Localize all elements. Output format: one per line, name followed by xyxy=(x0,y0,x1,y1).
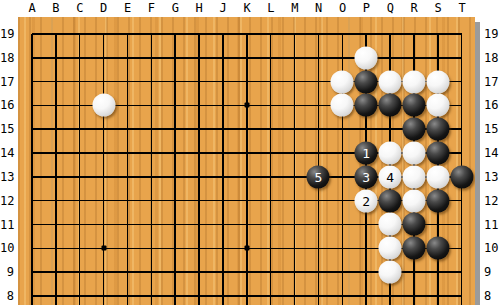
intersection-P11[interactable] xyxy=(354,213,378,237)
intersection-N18[interactable] xyxy=(307,46,331,70)
intersection-D17[interactable] xyxy=(92,70,116,94)
intersection-N16[interactable] xyxy=(307,94,331,118)
intersection-M17[interactable] xyxy=(283,70,307,94)
intersection-K19[interactable] xyxy=(235,22,259,46)
intersection-R9[interactable] xyxy=(402,260,426,284)
intersection-D10[interactable] xyxy=(92,236,116,260)
intersection-F19[interactable] xyxy=(139,22,163,46)
intersection-C12[interactable] xyxy=(68,189,92,213)
black-stone-R16 xyxy=(402,94,425,117)
intersection-F9[interactable] xyxy=(139,260,163,284)
intersection-A12[interactable] xyxy=(20,189,44,213)
col-label-E: E xyxy=(118,1,138,16)
intersection-G13[interactable] xyxy=(163,165,187,189)
intersection-T8[interactable] xyxy=(450,284,474,305)
row-label-left-9: 9 xyxy=(0,265,14,279)
intersection-P16[interactable] xyxy=(354,94,378,118)
intersection-D13[interactable] xyxy=(92,165,116,189)
intersection-F12[interactable] xyxy=(139,189,163,213)
col-label-A: A xyxy=(22,1,42,16)
black-stone-S10 xyxy=(426,237,449,260)
intersection-G19[interactable] xyxy=(163,22,187,46)
intersection-N11[interactable] xyxy=(307,213,331,237)
intersection-L16[interactable] xyxy=(259,94,283,118)
intersection-K15[interactable] xyxy=(235,117,259,141)
intersection-Q10[interactable] xyxy=(378,236,402,260)
intersection-T19[interactable] xyxy=(450,22,474,46)
intersection-S9[interactable] xyxy=(426,260,450,284)
intersection-F13[interactable] xyxy=(139,165,163,189)
intersection-L9[interactable] xyxy=(259,260,283,284)
intersection-L18[interactable] xyxy=(259,46,283,70)
intersection-J15[interactable] xyxy=(211,117,235,141)
intersection-M13[interactable] xyxy=(283,165,307,189)
intersection-F10[interactable] xyxy=(139,236,163,260)
intersection-R14[interactable] xyxy=(402,141,426,165)
intersection-C19[interactable] xyxy=(68,22,92,46)
black-stone-N13: 5 xyxy=(307,165,330,188)
white-stone-Q13: 4 xyxy=(379,165,402,188)
intersection-K11[interactable] xyxy=(235,213,259,237)
col-label-D: D xyxy=(94,1,114,16)
col-label-G: G xyxy=(165,1,185,16)
intersection-B19[interactable] xyxy=(44,22,68,46)
intersection-T13[interactable] xyxy=(450,165,474,189)
black-stone-S15 xyxy=(426,118,449,141)
intersection-J17[interactable] xyxy=(211,70,235,94)
intersection-C9[interactable] xyxy=(68,260,92,284)
white-stone-Q14 xyxy=(379,142,402,165)
intersection-J11[interactable] xyxy=(211,213,235,237)
intersection-R10[interactable] xyxy=(402,236,426,260)
col-label-F: F xyxy=(141,1,161,16)
intersection-Q18[interactable] xyxy=(378,46,402,70)
white-stone-Q9 xyxy=(379,261,402,284)
intersection-R8[interactable] xyxy=(402,284,426,305)
row-label-left-15: 15 xyxy=(0,122,14,136)
row-label-right-16: 16 xyxy=(484,98,500,112)
black-stone-P16 xyxy=(355,94,378,117)
intersection-H9[interactable] xyxy=(187,260,211,284)
intersection-M16[interactable] xyxy=(283,94,307,118)
black-stone-P17 xyxy=(355,70,378,93)
white-stone-R14 xyxy=(402,142,425,165)
intersection-F15[interactable] xyxy=(139,117,163,141)
intersection-F11[interactable] xyxy=(139,213,163,237)
intersection-M9[interactable] xyxy=(283,260,307,284)
row-label-left-19: 19 xyxy=(0,27,14,41)
intersection-H16[interactable] xyxy=(187,94,211,118)
intersection-E11[interactable] xyxy=(116,213,140,237)
intersection-N14[interactable] xyxy=(307,141,331,165)
intersection-Q9[interactable] xyxy=(378,260,402,284)
intersection-M15[interactable] xyxy=(283,117,307,141)
intersection-F16[interactable] xyxy=(139,94,163,118)
row-label-left-16: 16 xyxy=(0,98,14,112)
star-point-K16 xyxy=(244,103,249,108)
white-stone-Q17 xyxy=(379,70,402,93)
intersection-T12[interactable] xyxy=(450,189,474,213)
white-stone-S16 xyxy=(426,94,449,117)
intersection-K17[interactable] xyxy=(235,70,259,94)
col-label-S: S xyxy=(428,1,448,16)
intersection-L19[interactable] xyxy=(259,22,283,46)
intersection-T14[interactable] xyxy=(450,141,474,165)
row-label-left-14: 14 xyxy=(0,146,14,160)
intersection-M10[interactable] xyxy=(283,236,307,260)
intersection-P19[interactable] xyxy=(354,22,378,46)
intersection-T15[interactable] xyxy=(450,117,474,141)
intersection-A13[interactable] xyxy=(20,165,44,189)
intersection-Q12[interactable] xyxy=(378,189,402,213)
intersection-L11[interactable] xyxy=(259,213,283,237)
intersection-E12[interactable] xyxy=(116,189,140,213)
intersection-F18[interactable] xyxy=(139,46,163,70)
intersection-S19[interactable] xyxy=(426,22,450,46)
intersection-S10[interactable] xyxy=(426,236,450,260)
intersection-A10[interactable] xyxy=(20,236,44,260)
row-label-left-18: 18 xyxy=(0,51,14,65)
intersection-F17[interactable] xyxy=(139,70,163,94)
intersection-R16[interactable] xyxy=(402,94,426,118)
intersection-D15[interactable] xyxy=(92,117,116,141)
intersection-T16[interactable] xyxy=(450,94,474,118)
intersection-P10[interactable] xyxy=(354,236,378,260)
intersection-H11[interactable] xyxy=(187,213,211,237)
intersection-L14[interactable] xyxy=(259,141,283,165)
row-label-right-11: 11 xyxy=(484,218,500,232)
intersection-P17[interactable] xyxy=(354,70,378,94)
intersection-N13[interactable]: 5 xyxy=(307,165,331,189)
intersection-C16[interactable] xyxy=(68,94,92,118)
intersection-G14[interactable] xyxy=(163,141,187,165)
col-label-N: N xyxy=(309,1,329,16)
intersection-Q15[interactable] xyxy=(378,117,402,141)
intersection-T9[interactable] xyxy=(450,260,474,284)
white-stone-R13 xyxy=(402,165,425,188)
row-label-left-13: 13 xyxy=(0,170,14,184)
white-stone-O16 xyxy=(331,94,354,117)
intersection-A18[interactable] xyxy=(20,46,44,70)
intersection-A17[interactable] xyxy=(20,70,44,94)
intersection-O11[interactable] xyxy=(330,213,354,237)
intersection-G11[interactable] xyxy=(163,213,187,237)
intersection-N15[interactable] xyxy=(307,117,331,141)
intersection-B17[interactable] xyxy=(44,70,68,94)
intersection-R18[interactable] xyxy=(402,46,426,70)
black-stone-Q12 xyxy=(379,189,402,212)
intersection-M14[interactable] xyxy=(283,141,307,165)
intersection-H13[interactable] xyxy=(187,165,211,189)
intersection-S15[interactable] xyxy=(426,117,450,141)
white-stone-P12: 2 xyxy=(355,189,378,212)
intersection-O8[interactable] xyxy=(330,284,354,305)
intersection-H15[interactable] xyxy=(187,117,211,141)
intersection-K13[interactable] xyxy=(235,165,259,189)
intersection-J9[interactable] xyxy=(211,260,235,284)
intersection-Q11[interactable] xyxy=(378,213,402,237)
intersection-D18[interactable] xyxy=(92,46,116,70)
intersection-K12[interactable] xyxy=(235,189,259,213)
intersection-E18[interactable] xyxy=(116,46,140,70)
intersection-N9[interactable] xyxy=(307,260,331,284)
move-number: 3 xyxy=(362,170,370,183)
row-label-right-8: 8 xyxy=(484,289,500,303)
intersection-F14[interactable] xyxy=(139,141,163,165)
intersection-G12[interactable] xyxy=(163,189,187,213)
intersection-D9[interactable] xyxy=(92,260,116,284)
intersection-K16[interactable] xyxy=(235,94,259,118)
intersection-O9[interactable] xyxy=(330,260,354,284)
intersection-H18[interactable] xyxy=(187,46,211,70)
intersection-D8[interactable] xyxy=(92,284,116,305)
intersection-L8[interactable] xyxy=(259,284,283,305)
intersection-B9[interactable] xyxy=(44,260,68,284)
intersection-O17[interactable] xyxy=(330,70,354,94)
intersection-S17[interactable] xyxy=(426,70,450,94)
intersection-M11[interactable] xyxy=(283,213,307,237)
white-stone-R17 xyxy=(402,70,425,93)
intersection-S11[interactable] xyxy=(426,213,450,237)
intersection-S16[interactable] xyxy=(426,94,450,118)
intersection-R15[interactable] xyxy=(402,117,426,141)
col-label-R: R xyxy=(404,1,424,16)
intersection-J18[interactable] xyxy=(211,46,235,70)
intersection-O19[interactable] xyxy=(330,22,354,46)
intersection-J14[interactable] xyxy=(211,141,235,165)
intersection-H8[interactable] xyxy=(187,284,211,305)
intersection-E10[interactable] xyxy=(116,236,140,260)
intersection-O16[interactable] xyxy=(330,94,354,118)
white-stone-R12 xyxy=(402,189,425,212)
intersection-K10[interactable] xyxy=(235,236,259,260)
intersection-O13[interactable] xyxy=(330,165,354,189)
intersection-G8[interactable] xyxy=(163,284,187,305)
move-number: 1 xyxy=(362,147,370,160)
intersection-G16[interactable] xyxy=(163,94,187,118)
col-label-H: H xyxy=(189,1,209,16)
row-label-right-17: 17 xyxy=(484,75,500,89)
intersection-E14[interactable] xyxy=(116,141,140,165)
intersection-L13[interactable] xyxy=(259,165,283,189)
intersection-E17[interactable] xyxy=(116,70,140,94)
white-stone-Q11 xyxy=(379,213,402,236)
intersection-G9[interactable] xyxy=(163,260,187,284)
intersection-F8[interactable] xyxy=(139,284,163,305)
intersection-N8[interactable] xyxy=(307,284,331,305)
col-label-T: T xyxy=(452,1,472,16)
intersection-P18[interactable] xyxy=(354,46,378,70)
intersection-B10[interactable] xyxy=(44,236,68,260)
board-grid: 15342 xyxy=(20,22,474,305)
intersection-E19[interactable] xyxy=(116,22,140,46)
row-label-left-8: 8 xyxy=(0,289,14,303)
black-stone-Q16 xyxy=(379,94,402,117)
intersection-C13[interactable] xyxy=(68,165,92,189)
intersection-N10[interactable] xyxy=(307,236,331,260)
intersection-M18[interactable] xyxy=(283,46,307,70)
intersection-A11[interactable] xyxy=(20,213,44,237)
black-stone-T13 xyxy=(450,165,473,188)
intersection-D12[interactable] xyxy=(92,189,116,213)
intersection-N19[interactable] xyxy=(307,22,331,46)
intersection-B18[interactable] xyxy=(44,46,68,70)
intersection-R19[interactable] xyxy=(402,22,426,46)
intersection-C11[interactable] xyxy=(68,213,92,237)
intersection-G10[interactable] xyxy=(163,236,187,260)
intersection-H19[interactable] xyxy=(187,22,211,46)
intersection-Q13[interactable]: 4 xyxy=(378,165,402,189)
intersection-H17[interactable] xyxy=(187,70,211,94)
intersection-H14[interactable] xyxy=(187,141,211,165)
intersection-A9[interactable] xyxy=(20,260,44,284)
intersection-Q16[interactable] xyxy=(378,94,402,118)
intersection-A14[interactable] xyxy=(20,141,44,165)
intersection-Q14[interactable] xyxy=(378,141,402,165)
intersection-E16[interactable] xyxy=(116,94,140,118)
intersection-Q8[interactable] xyxy=(378,284,402,305)
intersection-M19[interactable] xyxy=(283,22,307,46)
intersection-L17[interactable] xyxy=(259,70,283,94)
black-stone-R10 xyxy=(402,237,425,260)
intersection-K18[interactable] xyxy=(235,46,259,70)
intersection-D11[interactable] xyxy=(92,213,116,237)
intersection-S8[interactable] xyxy=(426,284,450,305)
intersection-K14[interactable] xyxy=(235,141,259,165)
white-stone-S17 xyxy=(426,70,449,93)
intersection-S13[interactable] xyxy=(426,165,450,189)
intersection-K9[interactable] xyxy=(235,260,259,284)
intersection-T18[interactable] xyxy=(450,46,474,70)
intersection-C10[interactable] xyxy=(68,236,92,260)
intersection-R11[interactable] xyxy=(402,213,426,237)
col-label-L: L xyxy=(261,1,281,16)
row-label-right-12: 12 xyxy=(484,194,500,208)
intersection-L12[interactable] xyxy=(259,189,283,213)
intersection-J19[interactable] xyxy=(211,22,235,46)
intersection-E15[interactable] xyxy=(116,117,140,141)
intersection-H12[interactable] xyxy=(187,189,211,213)
intersection-E13[interactable] xyxy=(116,165,140,189)
intersection-P14[interactable]: 1 xyxy=(354,141,378,165)
intersection-O10[interactable] xyxy=(330,236,354,260)
intersection-P8[interactable] xyxy=(354,284,378,305)
row-label-left-11: 11 xyxy=(0,218,14,232)
col-label-Q: Q xyxy=(380,1,400,16)
intersection-T17[interactable] xyxy=(450,70,474,94)
col-label-J: J xyxy=(213,1,233,16)
intersection-P13[interactable]: 3 xyxy=(354,165,378,189)
intersection-J16[interactable] xyxy=(211,94,235,118)
intersection-B12[interactable] xyxy=(44,189,68,213)
star-point-K10 xyxy=(244,246,249,251)
row-label-right-18: 18 xyxy=(484,51,500,65)
move-number: 5 xyxy=(315,170,323,183)
intersection-C17[interactable] xyxy=(68,70,92,94)
intersection-D19[interactable] xyxy=(92,22,116,46)
row-label-right-19: 19 xyxy=(484,27,500,41)
intersection-N17[interactable] xyxy=(307,70,331,94)
intersection-T11[interactable] xyxy=(450,213,474,237)
intersection-C8[interactable] xyxy=(68,284,92,305)
intersection-J13[interactable] xyxy=(211,165,235,189)
intersection-O14[interactable] xyxy=(330,141,354,165)
intersection-R17[interactable] xyxy=(402,70,426,94)
intersection-P12[interactable]: 2 xyxy=(354,189,378,213)
intersection-S12[interactable] xyxy=(426,189,450,213)
intersection-P15[interactable] xyxy=(354,117,378,141)
intersection-R13[interactable] xyxy=(402,165,426,189)
go-diagram: ABCDEFGHJKLMNOPQRST 19181716151413121110… xyxy=(0,0,500,305)
intersection-N12[interactable] xyxy=(307,189,331,213)
intersection-R12[interactable] xyxy=(402,189,426,213)
intersection-B14[interactable] xyxy=(44,141,68,165)
intersection-A8[interactable] xyxy=(20,284,44,305)
intersection-J8[interactable] xyxy=(211,284,235,305)
intersection-A16[interactable] xyxy=(20,94,44,118)
intersection-B11[interactable] xyxy=(44,213,68,237)
white-stone-Q10 xyxy=(379,237,402,260)
intersection-G18[interactable] xyxy=(163,46,187,70)
intersection-B13[interactable] xyxy=(44,165,68,189)
black-stone-S14 xyxy=(426,142,449,165)
intersection-G17[interactable] xyxy=(163,70,187,94)
intersection-Q17[interactable] xyxy=(378,70,402,94)
intersection-L15[interactable] xyxy=(259,117,283,141)
intersection-E9[interactable] xyxy=(116,260,140,284)
intersection-E8[interactable] xyxy=(116,284,140,305)
row-label-left-12: 12 xyxy=(0,194,14,208)
move-number: 4 xyxy=(386,170,394,183)
black-stone-R11 xyxy=(402,213,425,236)
white-stone-O17 xyxy=(331,70,354,93)
intersection-K8[interactable] xyxy=(235,284,259,305)
intersection-C14[interactable] xyxy=(68,141,92,165)
intersection-S14[interactable] xyxy=(426,141,450,165)
intersection-B8[interactable] xyxy=(44,284,68,305)
intersection-C15[interactable] xyxy=(68,117,92,141)
black-stone-R15 xyxy=(402,118,425,141)
row-label-right-14: 14 xyxy=(484,146,500,160)
intersection-M8[interactable] xyxy=(283,284,307,305)
intersection-L10[interactable] xyxy=(259,236,283,260)
row-label-right-13: 13 xyxy=(484,170,500,184)
intersection-Q19[interactable] xyxy=(378,22,402,46)
intersection-A19[interactable] xyxy=(20,22,44,46)
intersection-D16[interactable] xyxy=(92,94,116,118)
intersection-S18[interactable] xyxy=(426,46,450,70)
intersection-P9[interactable] xyxy=(354,260,378,284)
intersection-H10[interactable] xyxy=(187,236,211,260)
intersection-A15[interactable] xyxy=(20,117,44,141)
intersection-J10[interactable] xyxy=(211,236,235,260)
intersection-M12[interactable] xyxy=(283,189,307,213)
intersection-B15[interactable] xyxy=(44,117,68,141)
row-label-right-15: 15 xyxy=(484,122,500,136)
intersection-C18[interactable] xyxy=(68,46,92,70)
intersection-O12[interactable] xyxy=(330,189,354,213)
intersection-O18[interactable] xyxy=(330,46,354,70)
row-label-left-17: 17 xyxy=(0,75,14,89)
intersection-J12[interactable] xyxy=(211,189,235,213)
intersection-T10[interactable] xyxy=(450,236,474,260)
col-label-P: P xyxy=(356,1,376,16)
intersection-D14[interactable] xyxy=(92,141,116,165)
intersection-G15[interactable] xyxy=(163,117,187,141)
intersection-O15[interactable] xyxy=(330,117,354,141)
intersection-B16[interactable] xyxy=(44,94,68,118)
row-label-right-9: 9 xyxy=(484,265,500,279)
